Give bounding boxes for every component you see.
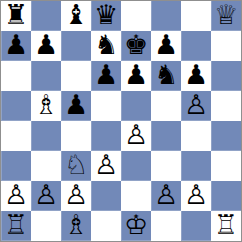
square-a4[interactable] [1,121,31,151]
square-a1[interactable]: ♖ [1,211,31,241]
square-g5[interactable]: ♙ [181,91,211,121]
square-e7[interactable]: ♚ [121,31,151,61]
square-c2[interactable]: ♙ [61,181,91,211]
square-b1[interactable] [31,211,61,241]
piece-black-king: ♚ [124,31,148,60]
square-b6[interactable] [31,61,61,91]
square-g4[interactable] [181,121,211,151]
square-c4[interactable] [61,121,91,151]
square-d6[interactable]: ♟ [91,61,121,91]
square-e2[interactable] [121,181,151,211]
piece-white-pawn: ♙ [4,181,28,210]
square-g1[interactable] [181,211,211,241]
piece-black-bishop: ♝ [64,1,88,30]
square-a5[interactable] [1,91,31,121]
square-c1[interactable]: ♗ [61,211,91,241]
square-c8[interactable]: ♝ [61,1,91,31]
square-e5[interactable] [121,91,151,121]
square-e1[interactable]: ♔ [121,211,151,241]
square-a3[interactable] [1,151,31,181]
piece-black-pawn: ♟ [154,31,178,60]
square-d7[interactable]: ♞ [91,31,121,61]
piece-white-king: ♔ [124,211,148,240]
piece-black-pawn: ♟ [124,61,148,90]
square-f7[interactable]: ♟ [151,31,181,61]
square-f2[interactable]: ♙ [151,181,181,211]
piece-white-pawn: ♙ [64,181,88,210]
chess-board: ♜♝♛♕♟♟♞♚♟♟♟♞♟♗♟♙♙♘♙♙♙♙♙♙♖♗♔♖ [0,0,242,242]
square-d3[interactable]: ♙ [91,151,121,181]
square-a8[interactable]: ♜ [1,1,31,31]
piece-black-pawn: ♟ [94,61,118,90]
square-e3[interactable] [121,151,151,181]
square-f6[interactable]: ♞ [151,61,181,91]
square-a6[interactable] [1,61,31,91]
piece-black-pawn: ♟ [64,91,88,120]
square-c7[interactable] [61,31,91,61]
piece-white-pawn: ♙ [184,91,208,120]
square-a2[interactable]: ♙ [1,181,31,211]
piece-black-knight: ♞ [94,31,118,60]
square-h8[interactable]: ♕ [211,1,241,31]
square-h3[interactable] [211,151,241,181]
piece-black-pawn: ♟ [4,31,28,60]
chess-diagram: ♜♝♛♕♟♟♞♚♟♟♟♞♟♗♟♙♙♘♙♙♙♙♙♙♖♗♔♖ [0,0,242,242]
square-e6[interactable]: ♟ [121,61,151,91]
piece-black-rook: ♜ [4,1,28,30]
piece-white-queen: ♕ [214,1,238,30]
square-g2[interactable]: ♙ [181,181,211,211]
piece-white-rook: ♖ [214,211,238,240]
square-h5[interactable] [211,91,241,121]
square-f8[interactable] [151,1,181,31]
square-f3[interactable] [151,151,181,181]
square-g3[interactable] [181,151,211,181]
square-h6[interactable] [211,61,241,91]
square-h2[interactable] [211,181,241,211]
piece-white-knight: ♘ [64,151,88,180]
piece-white-pawn: ♙ [94,151,118,180]
piece-black-pawn: ♟ [184,61,208,90]
piece-white-pawn: ♙ [124,121,148,150]
square-f4[interactable] [151,121,181,151]
square-a7[interactable]: ♟ [1,31,31,61]
square-b3[interactable] [31,151,61,181]
square-e4[interactable]: ♙ [121,121,151,151]
square-c5[interactable]: ♟ [61,91,91,121]
square-g7[interactable] [181,31,211,61]
piece-white-pawn: ♙ [184,181,208,210]
piece-white-pawn: ♙ [34,181,58,210]
piece-white-pawn: ♙ [154,181,178,210]
square-d2[interactable] [91,181,121,211]
square-e8[interactable] [121,1,151,31]
square-h1[interactable]: ♖ [211,211,241,241]
piece-black-knight: ♞ [154,61,178,90]
square-b5[interactable]: ♗ [31,91,61,121]
piece-white-bishop: ♗ [34,91,58,120]
square-d8[interactable]: ♛ [91,1,121,31]
square-b2[interactable]: ♙ [31,181,61,211]
square-b7[interactable]: ♟ [31,31,61,61]
square-c3[interactable]: ♘ [61,151,91,181]
square-h7[interactable] [211,31,241,61]
piece-white-rook: ♖ [4,211,28,240]
square-d5[interactable] [91,91,121,121]
piece-black-pawn: ♟ [34,31,58,60]
square-d4[interactable] [91,121,121,151]
square-g6[interactable]: ♟ [181,61,211,91]
piece-white-bishop: ♗ [64,211,88,240]
square-f1[interactable] [151,211,181,241]
square-b8[interactable] [31,1,61,31]
square-g8[interactable] [181,1,211,31]
piece-black-queen: ♛ [94,1,118,30]
square-f5[interactable] [151,91,181,121]
square-b4[interactable] [31,121,61,151]
square-h4[interactable] [211,121,241,151]
square-d1[interactable] [91,211,121,241]
square-c6[interactable] [61,61,91,91]
